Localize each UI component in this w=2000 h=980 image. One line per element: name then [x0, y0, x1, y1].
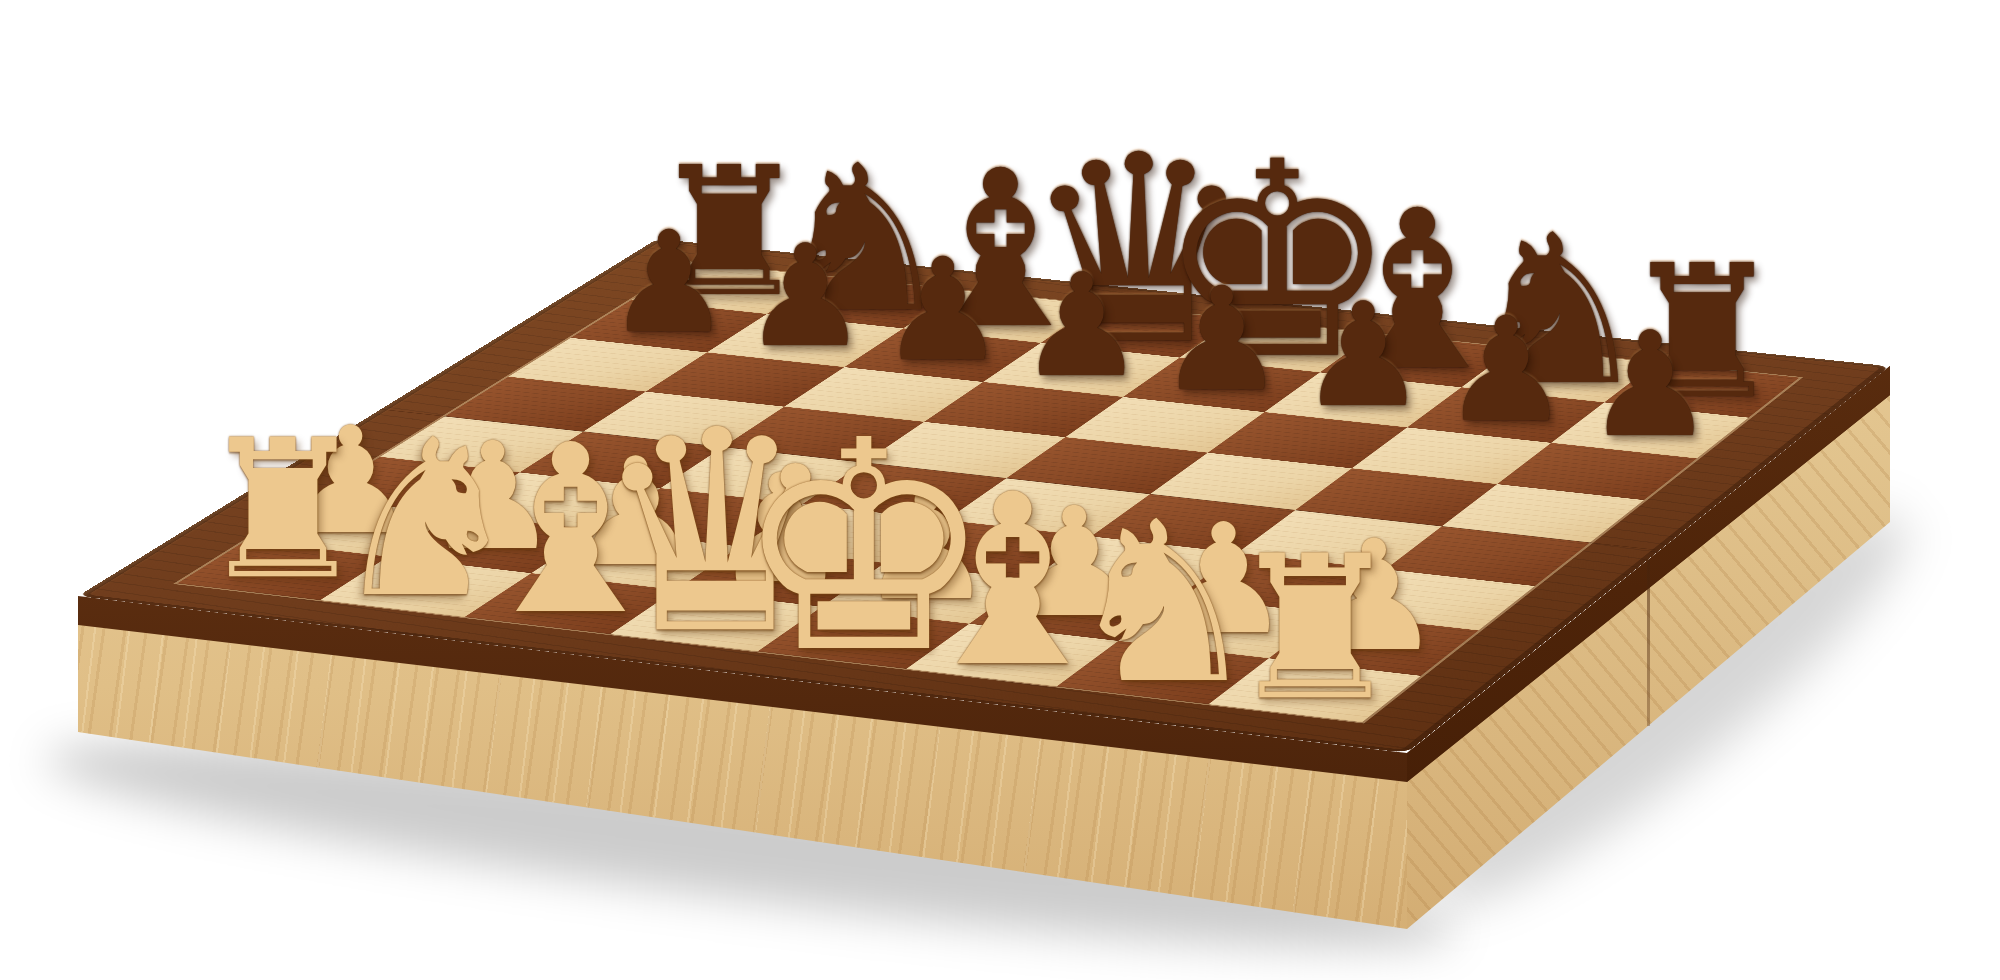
- piece-black-pawn-a7[interactable]: ♟: [606, 212, 732, 352]
- piece-black-pawn-g7[interactable]: ♟: [1441, 298, 1570, 442]
- piece-black-pawn-h7[interactable]: ♟: [1585, 313, 1715, 458]
- piece-black-pawn-c7[interactable]: ♟: [879, 240, 1006, 381]
- piece-black-pawn-b7[interactable]: ♟: [742, 226, 868, 367]
- piece-black-pawn-d7[interactable]: ♟: [1018, 255, 1145, 397]
- fold-seam-icon: [1647, 560, 1650, 726]
- piece-black-pawn-f7[interactable]: ♟: [1299, 284, 1428, 427]
- piece-black-pawn-e7[interactable]: ♟: [1158, 269, 1286, 412]
- piece-white-rook-h1[interactable]: ♜: [1226, 530, 1404, 728]
- chess-set-photo: ♜♞♝♛♚♝♞♜♟♟♟♟♟♟♟♟♟♟♟♟♟♟♟♟♜♞♝♛♚♝♞♜: [0, 0, 2000, 980]
